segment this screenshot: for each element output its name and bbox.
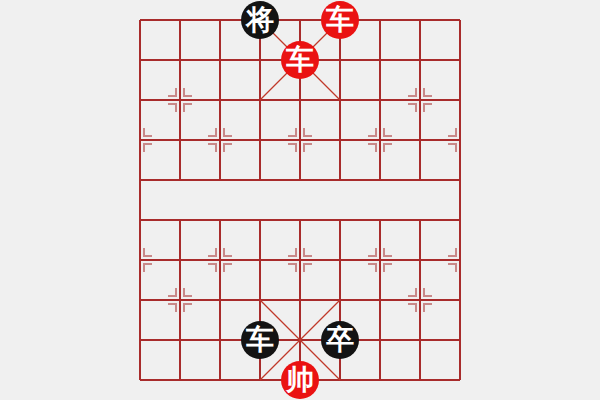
- board-cell[interactable]: [120, 320, 160, 360]
- board-cell[interactable]: [320, 40, 360, 80]
- board-cell[interactable]: [400, 240, 440, 280]
- board-cell[interactable]: [280, 120, 320, 160]
- board-cell[interactable]: [440, 240, 480, 280]
- board-cell[interactable]: [280, 80, 320, 120]
- board-cell[interactable]: [160, 200, 200, 240]
- board-cell[interactable]: [400, 200, 440, 240]
- board-grid: 将车车车卒帅: [120, 0, 480, 400]
- board-cell[interactable]: [120, 160, 160, 200]
- board-cell[interactable]: [400, 360, 440, 400]
- board-cell[interactable]: [160, 240, 200, 280]
- red-general[interactable]: 帅: [281, 361, 319, 399]
- board-cell[interactable]: [240, 160, 280, 200]
- board-cell[interactable]: 车: [240, 320, 280, 360]
- board-cell[interactable]: [120, 40, 160, 80]
- red-chariot[interactable]: 车: [281, 41, 319, 79]
- board-cell[interactable]: [440, 160, 480, 200]
- board-cell[interactable]: [320, 280, 360, 320]
- board-cell[interactable]: [160, 160, 200, 200]
- board-cell[interactable]: [440, 200, 480, 240]
- board-cell[interactable]: [440, 280, 480, 320]
- board-cell[interactable]: [120, 120, 160, 160]
- board-cell[interactable]: [200, 160, 240, 200]
- board-cell[interactable]: [200, 240, 240, 280]
- board-cell[interactable]: [160, 320, 200, 360]
- board-cell[interactable]: [360, 160, 400, 200]
- board-cell[interactable]: [360, 80, 400, 120]
- board-cell[interactable]: 车: [320, 0, 360, 40]
- board-cell[interactable]: [240, 120, 280, 160]
- xiangqi-app: 将车车车卒帅: [0, 0, 600, 400]
- board-cell[interactable]: [200, 40, 240, 80]
- board-cell[interactable]: [200, 280, 240, 320]
- board-cell[interactable]: [440, 320, 480, 360]
- board-cell[interactable]: [240, 40, 280, 80]
- board-cell[interactable]: [360, 280, 400, 320]
- board-cell[interactable]: [400, 40, 440, 80]
- board-cell[interactable]: [120, 280, 160, 320]
- board-cell[interactable]: 将: [240, 0, 280, 40]
- board-cell[interactable]: 卒: [320, 320, 360, 360]
- board-cell[interactable]: [280, 280, 320, 320]
- board-cell[interactable]: [320, 200, 360, 240]
- board-cell[interactable]: [280, 160, 320, 200]
- black-soldier[interactable]: 卒: [321, 321, 359, 359]
- board-cell[interactable]: [360, 360, 400, 400]
- board-cell[interactable]: [440, 80, 480, 120]
- board-cell[interactable]: [240, 280, 280, 320]
- board-cell[interactable]: [320, 160, 360, 200]
- board-cell[interactable]: [440, 360, 480, 400]
- board-cell[interactable]: [320, 240, 360, 280]
- board-cell[interactable]: [400, 160, 440, 200]
- board-cell[interactable]: [160, 120, 200, 160]
- black-general[interactable]: 将: [241, 1, 279, 39]
- board-cell[interactable]: [240, 240, 280, 280]
- board-cell[interactable]: [200, 360, 240, 400]
- board-cell[interactable]: [120, 80, 160, 120]
- board-cell[interactable]: [360, 240, 400, 280]
- board-cell[interactable]: [320, 120, 360, 160]
- xiangqi-board: 将车车车卒帅: [120, 0, 480, 400]
- board-cell[interactable]: [200, 320, 240, 360]
- black-chariot[interactable]: 车: [241, 321, 279, 359]
- board-cell[interactable]: [360, 200, 400, 240]
- board-cell[interactable]: [280, 200, 320, 240]
- board-cell[interactable]: [400, 0, 440, 40]
- board-cell[interactable]: [120, 200, 160, 240]
- board-cell[interactable]: [280, 0, 320, 40]
- board-cell[interactable]: 车: [280, 40, 320, 80]
- board-cell[interactable]: [120, 360, 160, 400]
- board-cell[interactable]: [440, 120, 480, 160]
- board-cell[interactable]: [160, 280, 200, 320]
- board-cell[interactable]: [360, 40, 400, 80]
- board-cell[interactable]: [240, 360, 280, 400]
- board-cell[interactable]: [160, 0, 200, 40]
- board-cell[interactable]: [240, 200, 280, 240]
- board-cell[interactable]: [400, 120, 440, 160]
- board-cell[interactable]: [360, 0, 400, 40]
- board-cell[interactable]: [400, 320, 440, 360]
- board-cell[interactable]: [440, 40, 480, 80]
- board-cell[interactable]: [360, 320, 400, 360]
- board-cell[interactable]: [440, 0, 480, 40]
- board-cell[interactable]: [360, 120, 400, 160]
- board-cell[interactable]: [400, 280, 440, 320]
- board-cell[interactable]: [160, 40, 200, 80]
- board-cell[interactable]: [120, 240, 160, 280]
- board-cell[interactable]: [160, 80, 200, 120]
- board-cell[interactable]: [200, 200, 240, 240]
- board-cell[interactable]: [280, 320, 320, 360]
- board-cell[interactable]: [200, 120, 240, 160]
- board-cell[interactable]: 帅: [280, 360, 320, 400]
- red-chariot[interactable]: 车: [321, 1, 359, 39]
- board-cell[interactable]: [400, 80, 440, 120]
- board-cell[interactable]: [320, 360, 360, 400]
- board-cell[interactable]: [200, 0, 240, 40]
- board-cell[interactable]: [240, 80, 280, 120]
- board-cell[interactable]: [280, 240, 320, 280]
- board-cell[interactable]: [120, 0, 160, 40]
- board-cell[interactable]: [160, 360, 200, 400]
- board-cell[interactable]: [320, 80, 360, 120]
- board-cell[interactable]: [200, 80, 240, 120]
